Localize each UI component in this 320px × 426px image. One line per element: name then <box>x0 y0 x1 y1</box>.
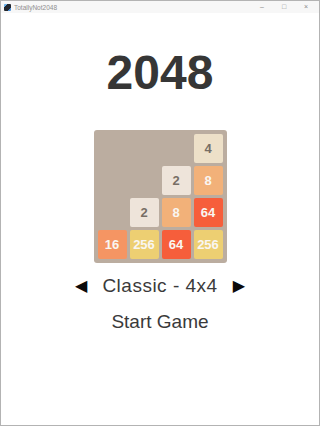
tile-2-r3c2: 2 <box>130 198 159 227</box>
empty-cell-r1c2 <box>130 134 159 163</box>
tile-256-r4c4: 256 <box>194 230 223 259</box>
app-icon <box>4 4 11 11</box>
tile-4-r1c4: 4 <box>194 134 223 163</box>
game-title: 2048 <box>1 49 319 97</box>
empty-cell-r2c1 <box>98 166 127 195</box>
mode-selector: ◀ Classic - 4x4 ▶ <box>1 275 319 297</box>
mode-label: Classic - 4x4 <box>102 275 217 297</box>
tile-64-r4c3: 64 <box>162 230 191 259</box>
title-bar: TotallyNot2048 – □ × <box>1 1 319 13</box>
empty-cell-r2c2 <box>130 166 159 195</box>
tile-256-r4c2: 256 <box>130 230 159 259</box>
tile-8-r2c4: 8 <box>194 166 223 195</box>
window-controls: – □ × <box>244 1 319 13</box>
empty-cell-r1c3 <box>162 134 191 163</box>
window-title: TotallyNot2048 <box>14 4 57 11</box>
tile-2-r2c3: 2 <box>162 166 191 195</box>
start-game-button[interactable]: Start Game <box>111 311 208 333</box>
maximize-button[interactable]: □ <box>280 1 288 13</box>
tile-8-r3c3: 8 <box>162 198 191 227</box>
empty-cell-r3c1 <box>98 198 127 227</box>
tile-16-r4c1: 16 <box>98 230 127 259</box>
app-window: TotallyNot2048 – □ × 2048 42828641625664… <box>0 0 320 426</box>
minimize-button[interactable]: – <box>258 1 266 13</box>
game-board: 42828641625664256 <box>94 130 227 263</box>
empty-cell-r1c1 <box>98 134 127 163</box>
close-button[interactable]: × <box>302 1 310 13</box>
prev-mode-button[interactable]: ◀ <box>75 278 87 294</box>
tile-64-r3c4: 64 <box>194 198 223 227</box>
next-mode-button[interactable]: ▶ <box>233 278 245 294</box>
